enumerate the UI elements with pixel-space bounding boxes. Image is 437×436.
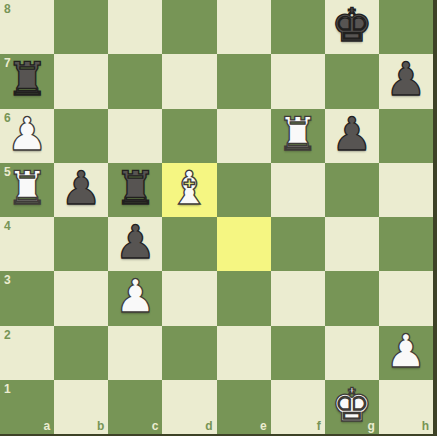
square-e3[interactable] <box>217 271 271 325</box>
square-h1[interactable]: h <box>379 380 433 434</box>
square-g6[interactable]: ♟ <box>325 109 379 163</box>
square-a5[interactable]: 5♜ <box>0 163 54 217</box>
square-g1[interactable]: g♚ <box>325 380 379 434</box>
square-a4[interactable]: 4 <box>0 217 54 271</box>
square-a8[interactable]: 8 <box>0 0 54 54</box>
square-g8[interactable]: ♚ <box>325 0 379 54</box>
square-h4[interactable] <box>379 217 433 271</box>
square-e4[interactable] <box>217 217 271 271</box>
square-f3[interactable] <box>271 271 325 325</box>
square-a3[interactable]: 3 <box>0 271 54 325</box>
square-c6[interactable] <box>108 109 162 163</box>
square-b1[interactable]: b <box>54 380 108 434</box>
rank-label-8: 8 <box>4 3 11 15</box>
square-e1[interactable]: e <box>217 380 271 434</box>
square-f4[interactable] <box>271 217 325 271</box>
square-c1[interactable]: c <box>108 380 162 434</box>
square-g7[interactable] <box>325 54 379 108</box>
rank-label-4: 4 <box>4 220 11 232</box>
square-g3[interactable] <box>325 271 379 325</box>
square-h7[interactable]: ♟ <box>379 54 433 108</box>
square-d7[interactable] <box>162 54 216 108</box>
square-c7[interactable] <box>108 54 162 108</box>
square-e2[interactable] <box>217 326 271 380</box>
file-label-f: f <box>317 420 321 432</box>
piece-white-pawn[interactable]: ♟ <box>115 273 156 319</box>
square-b7[interactable] <box>54 54 108 108</box>
square-b8[interactable] <box>54 0 108 54</box>
square-d5[interactable]: ♝ <box>162 163 216 217</box>
square-e8[interactable] <box>217 0 271 54</box>
file-label-b: b <box>97 420 104 432</box>
square-b5[interactable]: ♟ <box>54 163 108 217</box>
square-d8[interactable] <box>162 0 216 54</box>
square-c3[interactable]: ♟ <box>108 271 162 325</box>
square-e7[interactable] <box>217 54 271 108</box>
square-h8[interactable] <box>379 0 433 54</box>
piece-white-king[interactable]: ♚ <box>331 382 372 428</box>
square-f8[interactable] <box>271 0 325 54</box>
file-label-e: e <box>260 420 267 432</box>
square-f6[interactable]: ♜ <box>271 109 325 163</box>
piece-black-pawn[interactable]: ♟ <box>115 219 156 265</box>
square-b2[interactable] <box>54 326 108 380</box>
piece-black-pawn[interactable]: ♟ <box>61 165 102 211</box>
chess-board[interactable]: 8♚7♜♟6♟♜♟5♜♟♜♝4♟3♟2♟1abcdefg♚h <box>0 0 433 434</box>
board-frame: 8♚7♜♟6♟♜♟5♜♟♜♝4♟3♟2♟1abcdefg♚h <box>0 0 437 436</box>
file-label-h: h <box>422 420 429 432</box>
square-g4[interactable] <box>325 217 379 271</box>
square-b6[interactable] <box>54 109 108 163</box>
square-d3[interactable] <box>162 271 216 325</box>
square-c4[interactable]: ♟ <box>108 217 162 271</box>
piece-black-rook[interactable]: ♜ <box>115 165 156 211</box>
square-c8[interactable] <box>108 0 162 54</box>
piece-white-pawn[interactable]: ♟ <box>385 328 426 374</box>
square-d6[interactable] <box>162 109 216 163</box>
square-f2[interactable] <box>271 326 325 380</box>
piece-white-rook[interactable]: ♜ <box>6 165 47 211</box>
rank-label-1: 1 <box>4 383 11 395</box>
square-a2[interactable]: 2 <box>0 326 54 380</box>
square-f7[interactable] <box>271 54 325 108</box>
piece-black-pawn[interactable]: ♟ <box>385 56 426 102</box>
square-h3[interactable] <box>379 271 433 325</box>
file-label-c: c <box>152 420 159 432</box>
square-f1[interactable]: f <box>271 380 325 434</box>
square-e5[interactable] <box>217 163 271 217</box>
square-h5[interactable] <box>379 163 433 217</box>
square-b3[interactable] <box>54 271 108 325</box>
square-d1[interactable]: d <box>162 380 216 434</box>
square-f5[interactable] <box>271 163 325 217</box>
square-d4[interactable] <box>162 217 216 271</box>
rank-label-2: 2 <box>4 329 11 341</box>
square-g5[interactable] <box>325 163 379 217</box>
square-h2[interactable]: ♟ <box>379 326 433 380</box>
square-c5[interactable]: ♜ <box>108 163 162 217</box>
file-label-a: a <box>43 420 50 432</box>
piece-black-king[interactable]: ♚ <box>331 2 372 48</box>
piece-white-bishop[interactable]: ♝ <box>169 165 210 211</box>
square-a6[interactable]: 6♟ <box>0 109 54 163</box>
piece-black-pawn[interactable]: ♟ <box>331 111 372 157</box>
square-c2[interactable] <box>108 326 162 380</box>
square-b4[interactable] <box>54 217 108 271</box>
file-label-d: d <box>205 420 212 432</box>
piece-black-rook[interactable]: ♜ <box>6 56 47 102</box>
square-d2[interactable] <box>162 326 216 380</box>
square-e6[interactable] <box>217 109 271 163</box>
square-a1[interactable]: 1a <box>0 380 54 434</box>
piece-white-pawn[interactable]: ♟ <box>6 111 47 157</box>
square-a7[interactable]: 7♜ <box>0 54 54 108</box>
rank-label-3: 3 <box>4 274 11 286</box>
piece-white-rook[interactable]: ♜ <box>277 111 318 157</box>
square-g2[interactable] <box>325 326 379 380</box>
square-h6[interactable] <box>379 109 433 163</box>
